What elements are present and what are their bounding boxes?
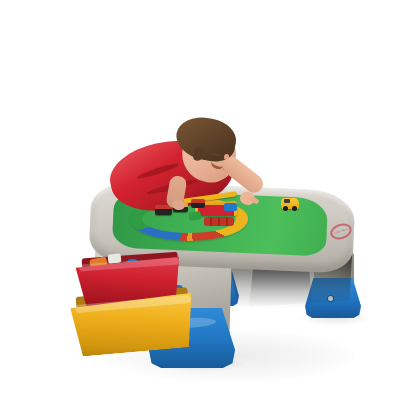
yellow-toy-car (281, 198, 299, 209)
blue-track-piece (224, 203, 237, 211)
train-car (191, 199, 205, 208)
logo-text: Little Tikes (334, 228, 348, 235)
car-wheel (283, 206, 288, 211)
red-arched-track (204, 217, 234, 226)
car-wheel (292, 206, 297, 211)
car-window (284, 199, 290, 203)
product-photo-scene: Little Tikes (0, 0, 400, 400)
